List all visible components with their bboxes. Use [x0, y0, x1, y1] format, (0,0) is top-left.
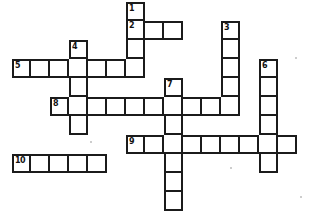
crossword-cell[interactable]	[240, 135, 259, 154]
crossword-cell[interactable]	[164, 116, 183, 135]
crossword-cell[interactable]	[278, 135, 297, 154]
crossword-cell[interactable]	[88, 97, 107, 116]
crossword-cell[interactable]	[164, 135, 183, 154]
crossword-cell[interactable]: 1	[126, 2, 145, 21]
clue-number: 7	[167, 80, 172, 89]
clue-number: 10	[15, 156, 25, 165]
crossword-cell[interactable]	[69, 78, 88, 97]
crossword-cell[interactable]: 4	[69, 40, 88, 59]
crossword-cell[interactable]	[164, 154, 183, 173]
crossword-cell[interactable]	[126, 40, 145, 59]
crossword-cell[interactable]	[259, 116, 278, 135]
crossword-cell[interactable]: 8	[50, 97, 69, 116]
crossword-cell[interactable]	[221, 135, 240, 154]
crossword-cell[interactable]	[221, 78, 240, 97]
crossword-cell[interactable]	[183, 135, 202, 154]
crossword-cell[interactable]	[145, 21, 164, 40]
crossword-cell[interactable]: 10	[12, 154, 31, 173]
clue-number: 8	[53, 99, 58, 108]
crossword-cell[interactable]	[183, 97, 202, 116]
clue-number: 6	[262, 61, 267, 70]
crossword-cell[interactable]	[31, 59, 50, 78]
crossword-cell[interactable]	[88, 59, 107, 78]
scan-speckle	[300, 196, 302, 198]
crossword-cell[interactable]	[69, 97, 88, 116]
crossword-cell[interactable]: 6	[259, 59, 278, 78]
crossword-cell[interactable]	[50, 154, 69, 173]
crossword-cell[interactable]	[107, 59, 126, 78]
crossword-cell[interactable]	[88, 154, 107, 173]
crossword-cell[interactable]: 3	[221, 21, 240, 40]
clue-number: 9	[129, 137, 134, 146]
crossword-scan-page: 12345678910	[0, 0, 320, 211]
crossword-cell[interactable]	[107, 97, 126, 116]
crossword-cell[interactable]	[145, 97, 164, 116]
clue-number: 1	[129, 4, 134, 13]
crossword-cell[interactable]	[221, 40, 240, 59]
scan-speckle	[295, 57, 297, 59]
clue-number: 4	[72, 42, 77, 51]
crossword-cell[interactable]	[164, 97, 183, 116]
crossword-cell[interactable]	[259, 97, 278, 116]
crossword-cell[interactable]	[259, 154, 278, 173]
crossword-cell[interactable]	[145, 135, 164, 154]
crossword-cell[interactable]	[221, 59, 240, 78]
crossword-cell[interactable]	[50, 59, 69, 78]
crossword-cell[interactable]	[164, 21, 183, 40]
crossword-board: 12345678910	[12, 2, 297, 211]
crossword-cell[interactable]	[69, 59, 88, 78]
crossword-cell[interactable]	[164, 173, 183, 192]
crossword-cell[interactable]: 9	[126, 135, 145, 154]
crossword-cell[interactable]	[126, 59, 145, 78]
crossword-cell[interactable]	[202, 135, 221, 154]
crossword-cell[interactable]: 7	[164, 78, 183, 97]
clue-number: 5	[15, 61, 20, 70]
crossword-cell[interactable]: 5	[12, 59, 31, 78]
crossword-cell[interactable]	[202, 97, 221, 116]
crossword-cell[interactable]	[259, 135, 278, 154]
clue-number: 2	[129, 21, 134, 30]
crossword-cell[interactable]	[69, 116, 88, 135]
crossword-cell[interactable]	[164, 192, 183, 211]
crossword-cell[interactable]	[221, 97, 240, 116]
crossword-cell[interactable]	[69, 154, 88, 173]
clue-number: 3	[224, 23, 229, 32]
crossword-cell[interactable]	[31, 154, 50, 173]
scan-speckle	[230, 167, 232, 169]
scan-speckle	[90, 141, 92, 143]
crossword-cell[interactable]	[126, 97, 145, 116]
crossword-cell[interactable]: 2	[126, 21, 145, 40]
crossword-cell[interactable]	[259, 78, 278, 97]
